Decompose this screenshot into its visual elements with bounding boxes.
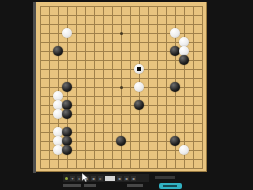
toolbar-text-faint (155, 176, 175, 179)
stone-black (170, 136, 180, 146)
status-text-left (63, 184, 81, 187)
stone-black (62, 109, 72, 119)
stone-white (134, 64, 144, 74)
stone-black (53, 46, 63, 56)
stone-black (116, 136, 126, 146)
stone-black (62, 145, 72, 155)
toolbar-button-7[interactable]: ▪ (124, 176, 129, 181)
stones-layer (36, 2, 207, 173)
toolbar-button-4[interactable]: ▪ (91, 176, 96, 181)
move-indicator[interactable] (105, 176, 115, 181)
toolbar-button-8[interactable]: ▪ (131, 176, 136, 181)
go-board[interactable] (36, 2, 207, 172)
toolbar-button-1[interactable]: ▾ (70, 176, 75, 181)
status-dot[interactable] (65, 177, 68, 180)
app-background: ▾▸▪▪▸▪▪▪ (0, 0, 253, 190)
mouse-cursor (82, 173, 89, 182)
action-button[interactable] (159, 183, 182, 189)
status-text-mid (127, 184, 143, 187)
stone-white (179, 145, 189, 155)
toolbar: ▾▸▪▪▸▪▪▪ (63, 174, 149, 182)
toolbar-button-6[interactable]: ▪ (117, 176, 122, 181)
status-text-left2 (84, 184, 96, 187)
stone-black (170, 82, 180, 92)
stone-black (62, 82, 72, 92)
stone-black (179, 55, 189, 65)
stone-white (62, 28, 72, 38)
stone-white (134, 82, 144, 92)
stone-black (134, 100, 144, 110)
stone-white (170, 28, 180, 38)
toolbar-button-5[interactable]: ▸ (98, 176, 103, 181)
